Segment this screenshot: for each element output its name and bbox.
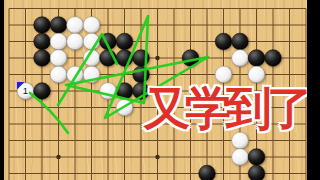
black-stone (248, 149, 265, 166)
white-stone (50, 33, 67, 50)
white-stone (232, 50, 249, 67)
white-stone (83, 17, 100, 34)
hoshi-point (155, 155, 159, 159)
black-stone (215, 33, 232, 50)
white-stone (248, 66, 265, 83)
white-stone (67, 33, 84, 50)
white-stone (232, 149, 249, 166)
letterbox-left (0, 0, 4, 180)
move-number-label: 1 (23, 85, 28, 96)
hoshi-point (56, 155, 60, 159)
white-stone (67, 17, 84, 34)
white-stone (50, 66, 67, 83)
white-stone (215, 66, 232, 83)
white-stone (232, 132, 249, 149)
caption-text: 又学到了 (144, 84, 308, 132)
black-stone (199, 165, 216, 180)
white-stone (50, 50, 67, 67)
black-stone (116, 33, 133, 50)
black-stone (232, 33, 249, 50)
black-stone (50, 17, 67, 34)
letterbox-right (307, 0, 320, 180)
black-stone (265, 50, 282, 67)
black-stone (34, 17, 51, 34)
hoshi-point (155, 56, 159, 60)
black-stone (34, 33, 51, 50)
black-stone (248, 165, 265, 180)
black-stone (248, 50, 265, 67)
black-stone (34, 50, 51, 67)
video-frame[interactable]: 1 又学到了 (0, 0, 320, 180)
